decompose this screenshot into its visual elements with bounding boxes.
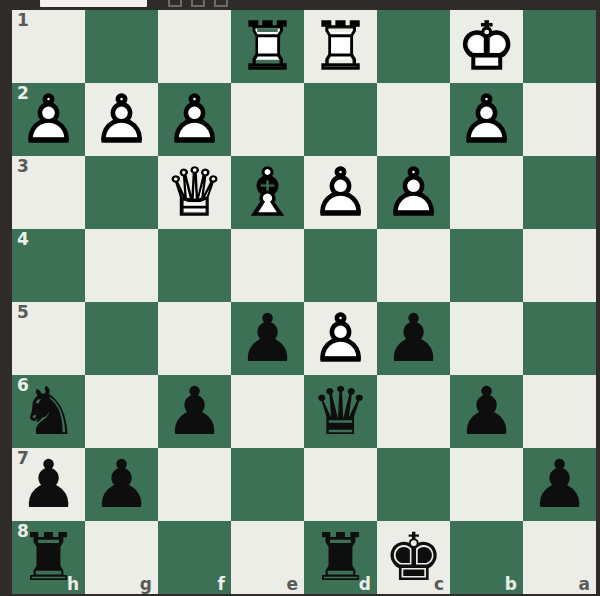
file-label-b: b xyxy=(505,574,517,594)
square-c1[interactable] xyxy=(377,10,450,83)
square-c6[interactable] xyxy=(377,375,450,448)
square-f7[interactable] xyxy=(158,448,231,521)
piece-fill-glyph: ♟ xyxy=(12,448,85,521)
square-b5[interactable] xyxy=(450,302,523,375)
rank-label-5: 5 xyxy=(17,303,29,322)
square-h1[interactable]: 1 xyxy=(12,10,85,83)
square-b2[interactable]: ♟♙ xyxy=(450,83,523,156)
piece-fill-glyph: ♜ xyxy=(304,521,377,594)
square-f4[interactable] xyxy=(158,229,231,302)
square-outline-icon[interactable] xyxy=(191,0,205,7)
piece-fill-glyph: ♚ xyxy=(377,521,450,594)
rank-label-4: 4 xyxy=(17,230,29,249)
square-g8[interactable]: g xyxy=(85,521,158,594)
white-rook[interactable]: ♜♖ xyxy=(304,10,377,83)
white-pawn[interactable]: ♟♙ xyxy=(85,83,158,156)
black-pawn[interactable]: ♟ xyxy=(85,448,158,521)
piece-outline-glyph: ♙ xyxy=(158,83,231,156)
white-rook[interactable]: ♜♖ xyxy=(231,10,304,83)
square-g7[interactable]: ♟ xyxy=(85,448,158,521)
square-h6[interactable]: 6♞ xyxy=(12,375,85,448)
square-f6[interactable]: ♟ xyxy=(158,375,231,448)
white-pawn[interactable]: ♟♙ xyxy=(377,156,450,229)
square-g6[interactable] xyxy=(85,375,158,448)
square-a5[interactable] xyxy=(523,302,596,375)
square-f5[interactable] xyxy=(158,302,231,375)
piece-fill-glyph: ♟ xyxy=(377,302,450,375)
square-e4[interactable] xyxy=(231,229,304,302)
white-pawn[interactable]: ♟♙ xyxy=(304,302,377,375)
piece-outline-glyph: ♙ xyxy=(304,302,377,375)
square-a1[interactable] xyxy=(523,10,596,83)
square-b7[interactable] xyxy=(450,448,523,521)
app-window: 1♜♖♜♖♚♔2♟♙♟♙♟♙♟♙3♛♕♝♗♟♙♟♙45♟♟♙♟6♞♟♛♟7♟♟♟… xyxy=(0,0,600,596)
white-pawn[interactable]: ♟♙ xyxy=(304,156,377,229)
square-outline-icon[interactable] xyxy=(214,0,228,7)
piece-fill-glyph: ♟ xyxy=(85,448,158,521)
square-d7[interactable] xyxy=(304,448,377,521)
square-d6[interactable]: ♛ xyxy=(304,375,377,448)
square-f2[interactable]: ♟♙ xyxy=(158,83,231,156)
piece-fill-glyph: ♜ xyxy=(12,521,85,594)
square-h3[interactable]: 3 xyxy=(12,156,85,229)
square-d3[interactable]: ♟♙ xyxy=(304,156,377,229)
piece-outline-glyph: ♖ xyxy=(231,10,304,83)
square-h5[interactable]: 5 xyxy=(12,302,85,375)
square-a3[interactable] xyxy=(523,156,596,229)
square-e1[interactable]: ♜♖ xyxy=(231,10,304,83)
white-queen[interactable]: ♛♕ xyxy=(158,156,231,229)
black-pawn[interactable]: ♟ xyxy=(523,448,596,521)
square-a8[interactable]: a xyxy=(523,521,596,594)
square-c3[interactable]: ♟♙ xyxy=(377,156,450,229)
square-h4[interactable]: 4 xyxy=(12,229,85,302)
square-c5[interactable]: ♟ xyxy=(377,302,450,375)
square-e2[interactable] xyxy=(231,83,304,156)
black-pawn[interactable]: ♟ xyxy=(450,375,523,448)
square-g3[interactable] xyxy=(85,156,158,229)
square-d2[interactable] xyxy=(304,83,377,156)
black-rook[interactable]: ♜ xyxy=(304,521,377,594)
white-pawn[interactable]: ♟♙ xyxy=(12,83,85,156)
piece-fill-glyph: ♛ xyxy=(304,375,377,448)
square-e3[interactable]: ♝♗ xyxy=(231,156,304,229)
square-a7[interactable]: ♟ xyxy=(523,448,596,521)
piece-outline-glyph: ♗ xyxy=(231,156,304,229)
black-pawn[interactable]: ♟ xyxy=(231,302,304,375)
square-e7[interactable] xyxy=(231,448,304,521)
square-d4[interactable] xyxy=(304,229,377,302)
piece-outline-glyph: ♙ xyxy=(450,83,523,156)
black-king[interactable]: ♚ xyxy=(377,521,450,594)
square-e8[interactable]: e xyxy=(231,521,304,594)
piece-fill-glyph: ♟ xyxy=(450,375,523,448)
square-g5[interactable] xyxy=(85,302,158,375)
rank-label-3: 3 xyxy=(17,157,29,176)
square-c2[interactable] xyxy=(377,83,450,156)
square-e6[interactable] xyxy=(231,375,304,448)
piece-outline-glyph: ♖ xyxy=(304,10,377,83)
rank-label-1: 1 xyxy=(17,11,29,30)
piece-outline-glyph: ♙ xyxy=(304,156,377,229)
window-tab[interactable] xyxy=(40,0,147,7)
piece-outline-glyph: ♕ xyxy=(158,156,231,229)
file-label-f: f xyxy=(218,574,225,594)
black-pawn[interactable]: ♟ xyxy=(377,302,450,375)
white-pawn[interactable]: ♟♙ xyxy=(450,83,523,156)
piece-outline-glyph: ♔ xyxy=(450,10,523,83)
chess-board: 1♜♖♜♖♚♔2♟♙♟♙♟♙♟♙3♛♕♝♗♟♙♟♙45♟♟♙♟6♞♟♛♟7♟♟♟… xyxy=(12,10,596,594)
black-pawn[interactable]: ♟ xyxy=(12,448,85,521)
square-a6[interactable] xyxy=(523,375,596,448)
square-c4[interactable] xyxy=(377,229,450,302)
square-g2[interactable]: ♟♙ xyxy=(85,83,158,156)
square-h2[interactable]: 2♟♙ xyxy=(12,83,85,156)
white-bishop[interactable]: ♝♗ xyxy=(231,156,304,229)
file-label-g: g xyxy=(140,574,152,594)
square-g1[interactable] xyxy=(85,10,158,83)
white-pawn[interactable]: ♟♙ xyxy=(158,83,231,156)
square-c7[interactable] xyxy=(377,448,450,521)
square-b3[interactable] xyxy=(450,156,523,229)
square-d1[interactable]: ♜♖ xyxy=(304,10,377,83)
square-outline-icon[interactable] xyxy=(168,0,182,7)
square-f1[interactable] xyxy=(158,10,231,83)
black-pawn[interactable]: ♟ xyxy=(158,375,231,448)
piece-fill-glyph: ♟ xyxy=(158,375,231,448)
square-h8[interactable]: 8h♜ xyxy=(12,521,85,594)
piece-fill-glyph: ♟ xyxy=(523,448,596,521)
square-d5[interactable]: ♟♙ xyxy=(304,302,377,375)
square-f3[interactable]: ♛♕ xyxy=(158,156,231,229)
piece-outline-glyph: ♙ xyxy=(377,156,450,229)
square-b4[interactable] xyxy=(450,229,523,302)
square-d8[interactable]: d♜ xyxy=(304,521,377,594)
square-g4[interactable] xyxy=(85,229,158,302)
square-a2[interactable] xyxy=(523,83,596,156)
square-b1[interactable]: ♚♔ xyxy=(450,10,523,83)
square-a4[interactable] xyxy=(523,229,596,302)
square-b6[interactable]: ♟ xyxy=(450,375,523,448)
piece-outline-glyph: ♙ xyxy=(12,83,85,156)
square-h7[interactable]: 7♟ xyxy=(12,448,85,521)
piece-fill-glyph: ♞ xyxy=(12,375,85,448)
file-label-e: e xyxy=(286,574,298,594)
square-f8[interactable]: f xyxy=(158,521,231,594)
square-c8[interactable]: c♚ xyxy=(377,521,450,594)
black-rook[interactable]: ♜ xyxy=(12,521,85,594)
black-queen[interactable]: ♛ xyxy=(304,375,377,448)
black-knight[interactable]: ♞ xyxy=(12,375,85,448)
square-b8[interactable]: b xyxy=(450,521,523,594)
piece-fill-glyph: ♟ xyxy=(231,302,304,375)
square-e5[interactable]: ♟ xyxy=(231,302,304,375)
piece-outline-glyph: ♙ xyxy=(85,83,158,156)
white-king[interactable]: ♚♔ xyxy=(450,10,523,83)
file-label-a: a xyxy=(579,574,590,594)
